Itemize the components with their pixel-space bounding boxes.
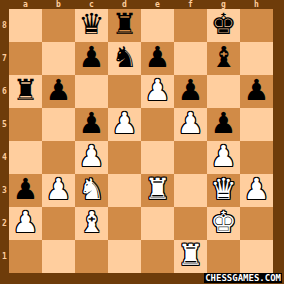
piece-white-king[interactable]: ♚ <box>211 208 237 237</box>
piece-white-pawn[interactable]: ♟ <box>112 109 138 138</box>
square-a4[interactable] <box>9 141 42 174</box>
square-h3[interactable]: ♟ <box>240 174 273 207</box>
rank-label-2: 2 <box>0 207 9 240</box>
piece-white-queen[interactable]: ♛ <box>211 175 237 204</box>
square-c6[interactable] <box>75 75 108 108</box>
square-b3[interactable]: ♟ <box>42 174 75 207</box>
square-g3[interactable]: ♛ <box>207 174 240 207</box>
square-h8[interactable] <box>240 9 273 42</box>
square-f5[interactable]: ♟ <box>174 108 207 141</box>
square-c5[interactable]: ♟ <box>75 108 108 141</box>
square-c3[interactable]: ♞ <box>75 174 108 207</box>
piece-black-bishop[interactable]: ♝ <box>211 43 237 72</box>
square-e1[interactable] <box>141 240 174 273</box>
file-label-b: b <box>42 0 75 9</box>
rank-label-6: 6 <box>0 75 9 108</box>
square-h7[interactable] <box>240 42 273 75</box>
square-f6[interactable]: ♟ <box>174 75 207 108</box>
piece-white-pawn[interactable]: ♟ <box>178 109 204 138</box>
square-f2[interactable] <box>174 207 207 240</box>
square-c7[interactable]: ♟ <box>75 42 108 75</box>
square-e3[interactable]: ♜ <box>141 174 174 207</box>
piece-black-pawn[interactable]: ♟ <box>145 43 171 72</box>
file-label-h: h <box>240 0 273 9</box>
piece-black-king[interactable]: ♚ <box>211 10 237 39</box>
square-g6[interactable] <box>207 75 240 108</box>
square-b6[interactable]: ♟ <box>42 75 75 108</box>
square-g2[interactable]: ♚ <box>207 207 240 240</box>
piece-black-pawn[interactable]: ♟ <box>46 76 72 105</box>
square-b5[interactable] <box>42 108 75 141</box>
piece-black-pawn[interactable]: ♟ <box>79 109 105 138</box>
square-d1[interactable] <box>108 240 141 273</box>
piece-black-knight[interactable]: ♞ <box>112 43 138 72</box>
square-g7[interactable]: ♝ <box>207 42 240 75</box>
square-d6[interactable] <box>108 75 141 108</box>
square-f1[interactable]: ♜ <box>174 240 207 273</box>
piece-white-knight[interactable]: ♞ <box>79 175 105 204</box>
square-h5[interactable] <box>240 108 273 141</box>
square-a7[interactable] <box>9 42 42 75</box>
piece-black-pawn[interactable]: ♟ <box>79 43 105 72</box>
rank-label-7: 7 <box>0 42 9 75</box>
file-label-a: a <box>9 0 42 9</box>
rank-labels: 87654321 <box>0 9 9 273</box>
square-g5[interactable]: ♟ <box>207 108 240 141</box>
square-f3[interactable] <box>174 174 207 207</box>
rank-label-8: 8 <box>0 9 9 42</box>
square-d8[interactable]: ♜ <box>108 9 141 42</box>
piece-white-pawn[interactable]: ♟ <box>145 76 171 105</box>
square-d3[interactable] <box>108 174 141 207</box>
piece-black-pawn[interactable]: ♟ <box>178 76 204 105</box>
square-f4[interactable] <box>174 141 207 174</box>
square-g1[interactable] <box>207 240 240 273</box>
file-label-f: f <box>174 0 207 9</box>
file-label-e: e <box>141 0 174 9</box>
piece-white-pawn[interactable]: ♟ <box>79 142 105 171</box>
square-e8[interactable] <box>141 9 174 42</box>
square-h4[interactable] <box>240 141 273 174</box>
rank-label-1: 1 <box>0 240 9 273</box>
square-c1[interactable] <box>75 240 108 273</box>
chess-diagram: abcdefgh 87654321 ♛♜♚♟♞♟♝♜♟♟♟♟♟♟♟♟♟♟♟♟♞♜… <box>0 0 284 284</box>
piece-white-pawn[interactable]: ♟ <box>13 208 39 237</box>
square-d4[interactable] <box>108 141 141 174</box>
square-g8[interactable]: ♚ <box>207 9 240 42</box>
square-a5[interactable] <box>9 108 42 141</box>
square-a1[interactable] <box>9 240 42 273</box>
square-h1[interactable] <box>240 240 273 273</box>
square-e6[interactable]: ♟ <box>141 75 174 108</box>
square-e2[interactable] <box>141 207 174 240</box>
piece-black-rook[interactable]: ♜ <box>13 76 39 105</box>
piece-black-rook[interactable]: ♜ <box>112 10 138 39</box>
piece-black-pawn[interactable]: ♟ <box>244 76 270 105</box>
square-d5[interactable]: ♟ <box>108 108 141 141</box>
piece-black-pawn[interactable]: ♟ <box>211 109 237 138</box>
square-b4[interactable] <box>42 141 75 174</box>
square-a2[interactable]: ♟ <box>9 207 42 240</box>
square-d2[interactable] <box>108 207 141 240</box>
square-a6[interactable]: ♜ <box>9 75 42 108</box>
piece-white-pawn[interactable]: ♟ <box>211 142 237 171</box>
piece-black-queen[interactable]: ♛ <box>79 10 105 39</box>
piece-white-rook[interactable]: ♜ <box>145 175 171 204</box>
square-a8[interactable] <box>9 9 42 42</box>
square-h2[interactable] <box>240 207 273 240</box>
rank-label-3: 3 <box>0 174 9 207</box>
square-b7[interactable] <box>42 42 75 75</box>
square-e4[interactable] <box>141 141 174 174</box>
square-h6[interactable]: ♟ <box>240 75 273 108</box>
square-c4[interactable]: ♟ <box>75 141 108 174</box>
square-f7[interactable] <box>174 42 207 75</box>
square-d7[interactable]: ♞ <box>108 42 141 75</box>
square-f8[interactable] <box>174 9 207 42</box>
piece-white-bishop[interactable]: ♝ <box>79 208 105 237</box>
chess-board[interactable]: ♛♜♚♟♞♟♝♜♟♟♟♟♟♟♟♟♟♟♟♟♞♜♛♟♟♝♚♜ <box>9 9 273 273</box>
rank-label-4: 4 <box>0 141 9 174</box>
piece-white-rook[interactable]: ♜ <box>178 241 204 270</box>
rank-label-5: 5 <box>0 108 9 141</box>
piece-white-pawn[interactable]: ♟ <box>244 175 270 204</box>
square-b1[interactable] <box>42 240 75 273</box>
square-e7[interactable]: ♟ <box>141 42 174 75</box>
square-e5[interactable] <box>141 108 174 141</box>
site-logo: CHESSGAMES.COM <box>204 273 282 283</box>
piece-black-pawn[interactable]: ♟ <box>13 175 39 204</box>
square-b8[interactable] <box>42 9 75 42</box>
square-b2[interactable] <box>42 207 75 240</box>
square-c2[interactable]: ♝ <box>75 207 108 240</box>
square-c8[interactable]: ♛ <box>75 9 108 42</box>
square-g4[interactable]: ♟ <box>207 141 240 174</box>
square-a3[interactable]: ♟ <box>9 174 42 207</box>
piece-white-pawn[interactable]: ♟ <box>46 175 72 204</box>
